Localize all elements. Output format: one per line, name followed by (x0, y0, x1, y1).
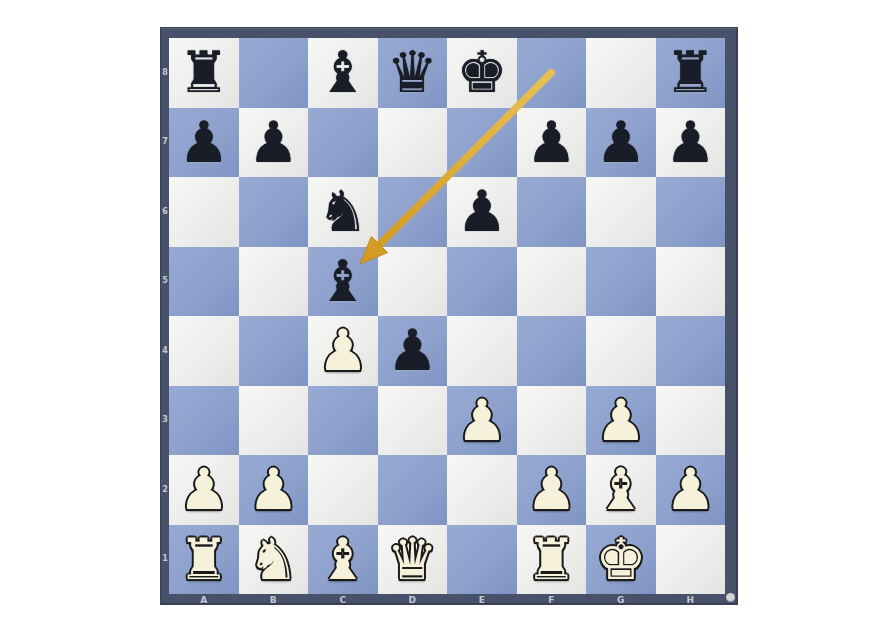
black-king[interactable]: ♚ (456, 38, 507, 108)
black-pawn[interactable]: ♟ (456, 177, 507, 247)
file-label-h: H (683, 594, 697, 606)
square-d6[interactable] (378, 177, 448, 247)
white-pawn[interactable]: ♟ (665, 455, 716, 525)
square-f7[interactable]: ♟ (517, 108, 587, 178)
rank-label-1: 1 (161, 554, 169, 564)
square-e8[interactable]: ♚ (447, 38, 517, 108)
chess-board: ♜♝♛♚♜♟♟♟♟♟♞♟♝♟♟♟♟♟♟♟♝♟♜♞♝♛♜♚ 87654321ABC… (160, 27, 738, 605)
white-pawn[interactable]: ♟ (317, 316, 368, 386)
square-e5[interactable] (447, 247, 517, 317)
square-g6[interactable] (586, 177, 656, 247)
file-label-f: F (544, 594, 558, 606)
square-d7[interactable] (378, 108, 448, 178)
square-f8[interactable] (517, 38, 587, 108)
square-c7[interactable] (308, 108, 378, 178)
square-a5[interactable] (169, 247, 239, 317)
file-label-g: G (614, 594, 628, 606)
square-g2[interactable]: ♝ (586, 455, 656, 525)
square-a4[interactable] (169, 316, 239, 386)
rank-label-8: 8 (161, 68, 169, 78)
square-d3[interactable] (378, 386, 448, 456)
square-a8[interactable]: ♜ (169, 38, 239, 108)
square-b3[interactable] (239, 386, 309, 456)
square-h8[interactable]: ♜ (656, 38, 726, 108)
square-b1[interactable]: ♞ (239, 525, 309, 595)
square-h2[interactable]: ♟ (656, 455, 726, 525)
file-label-c: C (336, 594, 350, 606)
black-pawn[interactable]: ♟ (178, 108, 229, 178)
square-g1[interactable]: ♚ (586, 525, 656, 595)
square-c8[interactable]: ♝ (308, 38, 378, 108)
square-h6[interactable] (656, 177, 726, 247)
black-pawn[interactable]: ♟ (595, 108, 646, 178)
board-grid: ♜♝♛♚♜♟♟♟♟♟♞♟♝♟♟♟♟♟♟♟♝♟♜♞♝♛♜♚ (169, 38, 725, 594)
square-f4[interactable] (517, 316, 587, 386)
square-e2[interactable] (447, 455, 517, 525)
square-d1[interactable]: ♛ (378, 525, 448, 595)
black-rook[interactable]: ♜ (665, 38, 716, 108)
square-b4[interactable] (239, 316, 309, 386)
square-c3[interactable] (308, 386, 378, 456)
square-h5[interactable] (656, 247, 726, 317)
rank-label-3: 3 (161, 415, 169, 425)
square-b8[interactable] (239, 38, 309, 108)
square-e6[interactable]: ♟ (447, 177, 517, 247)
square-b7[interactable]: ♟ (239, 108, 309, 178)
file-label-b: B (266, 594, 280, 606)
black-pawn[interactable]: ♟ (248, 108, 299, 178)
square-h4[interactable] (656, 316, 726, 386)
white-pawn[interactable]: ♟ (595, 386, 646, 456)
square-e7[interactable] (447, 108, 517, 178)
white-rook[interactable]: ♜ (178, 525, 229, 595)
white-pawn[interactable]: ♟ (248, 455, 299, 525)
square-c5[interactable]: ♝ (308, 247, 378, 317)
black-pawn[interactable]: ♟ (387, 316, 438, 386)
square-c1[interactable]: ♝ (308, 525, 378, 595)
square-c6[interactable]: ♞ (308, 177, 378, 247)
square-e4[interactable] (447, 316, 517, 386)
square-e1[interactable] (447, 525, 517, 595)
square-c4[interactable]: ♟ (308, 316, 378, 386)
white-pawn[interactable]: ♟ (456, 386, 507, 456)
file-label-a: A (197, 594, 211, 606)
square-e3[interactable]: ♟ (447, 386, 517, 456)
black-knight[interactable]: ♞ (317, 177, 368, 247)
file-label-d: D (405, 594, 419, 606)
square-b2[interactable]: ♟ (239, 455, 309, 525)
square-a3[interactable] (169, 386, 239, 456)
black-bishop[interactable]: ♝ (317, 38, 368, 108)
file-label-e: E (475, 594, 489, 606)
square-f5[interactable] (517, 247, 587, 317)
square-f1[interactable]: ♜ (517, 525, 587, 595)
white-knight[interactable]: ♞ (248, 525, 299, 595)
black-pawn[interactable]: ♟ (526, 108, 577, 178)
white-bishop[interactable]: ♝ (595, 455, 646, 525)
white-pawn[interactable]: ♟ (178, 455, 229, 525)
square-b6[interactable] (239, 177, 309, 247)
square-g4[interactable] (586, 316, 656, 386)
square-f6[interactable] (517, 177, 587, 247)
square-a7[interactable]: ♟ (169, 108, 239, 178)
square-c2[interactable] (308, 455, 378, 525)
square-f3[interactable] (517, 386, 587, 456)
square-h1[interactable] (656, 525, 726, 595)
square-a6[interactable] (169, 177, 239, 247)
square-a1[interactable]: ♜ (169, 525, 239, 595)
square-d2[interactable] (378, 455, 448, 525)
rank-label-4: 4 (161, 346, 169, 356)
black-queen[interactable]: ♛ (387, 38, 438, 108)
square-g7[interactable]: ♟ (586, 108, 656, 178)
white-to-move-indicator (726, 593, 735, 602)
square-d4[interactable]: ♟ (378, 316, 448, 386)
rank-label-7: 7 (161, 137, 169, 147)
black-pawn[interactable]: ♟ (665, 108, 716, 178)
white-bishop[interactable]: ♝ (317, 525, 368, 595)
square-b5[interactable] (239, 247, 309, 317)
square-h3[interactable] (656, 386, 726, 456)
square-a2[interactable]: ♟ (169, 455, 239, 525)
square-g3[interactable]: ♟ (586, 386, 656, 456)
white-king[interactable]: ♚ (595, 525, 646, 595)
white-queen[interactable]: ♛ (387, 525, 438, 595)
square-f2[interactable]: ♟ (517, 455, 587, 525)
white-pawn[interactable]: ♟ (526, 455, 577, 525)
square-d8[interactable]: ♛ (378, 38, 448, 108)
square-g8[interactable] (586, 38, 656, 108)
square-g5[interactable] (586, 247, 656, 317)
black-rook[interactable]: ♜ (178, 38, 229, 108)
page-background: ♜♝♛♚♜♟♟♟♟♟♞♟♝♟♟♟♟♟♟♟♝♟♜♞♝♛♜♚ 87654321ABC… (0, 0, 876, 628)
square-d5[interactable] (378, 247, 448, 317)
rank-label-2: 2 (161, 485, 169, 495)
white-rook[interactable]: ♜ (526, 525, 577, 595)
black-bishop[interactable]: ♝ (317, 247, 368, 317)
rank-label-5: 5 (161, 276, 169, 286)
square-h7[interactable]: ♟ (656, 108, 726, 178)
rank-label-6: 6 (161, 207, 169, 217)
